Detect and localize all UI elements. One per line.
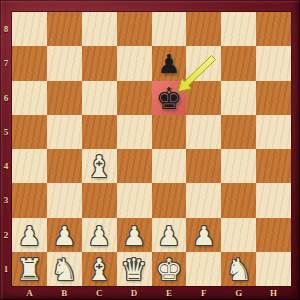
square-c8: [82, 12, 117, 46]
file-label-c: C: [82, 286, 117, 300]
square-e5: [152, 115, 187, 149]
square-b5: [47, 115, 82, 149]
square-g7: [221, 46, 256, 80]
rank-label-7: 7: [0, 46, 12, 80]
rank-label-6: 6: [0, 81, 12, 115]
square-g5: [221, 115, 256, 149]
square-a3: [12, 183, 47, 217]
file-label-b: B: [47, 286, 82, 300]
square-a4: [12, 149, 47, 183]
square-g6: [221, 81, 256, 115]
file-label-h: H: [256, 286, 291, 300]
rank-label-3: 3: [0, 183, 12, 217]
square-f4: [186, 149, 221, 183]
square-h6: [256, 81, 291, 115]
square-g8: [221, 12, 256, 46]
white-queen: ♛: [121, 255, 148, 285]
square-e4: [152, 149, 187, 183]
square-c1: ♝: [82, 252, 117, 286]
rank-label-1: 1: [0, 252, 12, 286]
square-f8: [186, 12, 221, 46]
square-c2: ♟: [82, 218, 117, 252]
square-f2: ♟: [186, 218, 221, 252]
board-grid: ♟♚♝♟♟♟♟♟♟♜♞♝♛♚♞: [12, 12, 291, 286]
square-e7: ♟: [152, 46, 187, 80]
file-label-e: E: [152, 286, 187, 300]
square-d7: [117, 46, 152, 80]
square-a6: [12, 81, 47, 115]
square-b7: [47, 46, 82, 80]
file-label-d: D: [117, 286, 152, 300]
square-f1: [186, 252, 221, 286]
square-a2: ♟: [12, 218, 47, 252]
square-c3: [82, 183, 117, 217]
rank-coordinates: 87654321: [0, 12, 12, 286]
file-coordinates: ABCDEFGH: [12, 286, 291, 300]
white-pawn: ♟: [157, 223, 180, 249]
rank-label-2: 2: [0, 218, 12, 252]
square-b8: [47, 12, 82, 46]
white-pawn: ♟: [18, 223, 41, 249]
square-e3: [152, 183, 187, 217]
square-h8: [256, 12, 291, 46]
white-pawn: ♟: [88, 223, 111, 249]
square-h1: [256, 252, 291, 286]
square-d1: ♛: [117, 252, 152, 286]
square-h2: [256, 218, 291, 252]
square-c4: ♝: [82, 149, 117, 183]
square-g2: [221, 218, 256, 252]
square-e8: [152, 12, 187, 46]
square-c7: [82, 46, 117, 80]
square-d4: [117, 149, 152, 183]
square-e1: ♚: [152, 252, 187, 286]
white-pawn: ♟: [192, 223, 215, 249]
square-f5: [186, 115, 221, 149]
square-a5: [12, 115, 47, 149]
square-d3: [117, 183, 152, 217]
square-a7: [12, 46, 47, 80]
square-d2: ♟: [117, 218, 152, 252]
square-h5: [256, 115, 291, 149]
white-bishop: ♝: [86, 255, 113, 285]
square-c5: [82, 115, 117, 149]
square-f3: [186, 183, 221, 217]
square-h3: [256, 183, 291, 217]
square-b2: ♟: [47, 218, 82, 252]
square-g3: [221, 183, 256, 217]
white-king: ♚: [155, 255, 182, 285]
square-a8: [12, 12, 47, 46]
white-knight: ♞: [225, 255, 252, 285]
chessboard-frame: ♟♚♝♟♟♟♟♟♟♜♞♝♛♚♞ 87654321 ABCDEFGH: [0, 0, 300, 300]
square-e6: ♚: [152, 81, 187, 115]
rank-label-5: 5: [0, 115, 12, 149]
square-b1: ♞: [47, 252, 82, 286]
white-bishop: ♝: [86, 152, 113, 182]
white-pawn: ♟: [122, 223, 145, 249]
square-b4: [47, 149, 82, 183]
square-d8: [117, 12, 152, 46]
file-label-a: A: [12, 286, 47, 300]
black-pawn: ♟: [157, 51, 180, 77]
square-b6: [47, 81, 82, 115]
white-pawn: ♟: [53, 223, 76, 249]
square-b3: [47, 183, 82, 217]
square-h4: [256, 149, 291, 183]
square-e2: ♟: [152, 218, 187, 252]
file-label-g: G: [221, 286, 256, 300]
file-label-f: F: [186, 286, 221, 300]
square-g4: [221, 149, 256, 183]
square-d6: [117, 81, 152, 115]
rank-label-4: 4: [0, 149, 12, 183]
square-d5: [117, 115, 152, 149]
rank-label-8: 8: [0, 12, 12, 46]
square-c6: [82, 81, 117, 115]
white-knight: ♞: [51, 255, 78, 285]
black-king: ♚: [155, 84, 182, 114]
square-g1: ♞: [221, 252, 256, 286]
square-h7: [256, 46, 291, 80]
white-rook: ♜: [16, 255, 43, 285]
square-f6: [186, 81, 221, 115]
square-a1: ♜: [12, 252, 47, 286]
square-f7: [186, 46, 221, 80]
